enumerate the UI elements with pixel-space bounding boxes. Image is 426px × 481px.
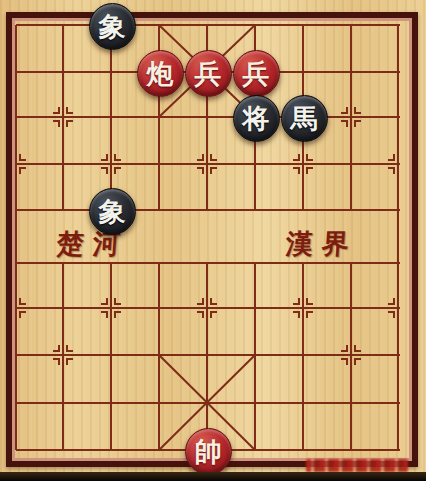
black-elephant[interactable]: 象 [89,188,136,235]
star-point-marker [306,298,313,305]
star-point-marker [114,298,121,305]
star-point-marker [53,358,60,365]
star-point-marker [66,345,73,352]
star-point-marker [101,298,108,305]
watermark [306,459,408,472]
star-point-marker [306,167,313,174]
star-point-marker [19,311,26,318]
star-point-marker [101,167,108,174]
star-point-marker [210,311,217,318]
grid-line-vertical [397,25,399,450]
piece-glyph: 炮 [147,60,174,87]
black-horse[interactable]: 馬 [281,95,328,142]
grid-line-vertical [62,25,64,210]
star-point-marker [19,167,26,174]
grid-line-horizontal [16,163,400,165]
star-point-marker [53,345,60,352]
piece-glyph: 帥 [195,438,222,465]
star-point-marker [341,107,348,114]
grid-line-vertical [15,25,17,450]
star-point-marker [66,107,73,114]
star-point-marker [354,120,361,127]
star-point-marker [66,120,73,127]
grid-line-vertical [62,263,64,450]
xiangqi-app: 象炮兵兵将馬象帥 楚河 漢界 [0,0,426,481]
star-point-marker [101,154,108,161]
star-point-marker [114,167,121,174]
star-point-marker [197,167,204,174]
red-soldier[interactable]: 兵 [185,50,232,97]
grid-line-horizontal [16,209,400,211]
piece-glyph: 兵 [243,60,270,87]
grid-line-vertical [302,263,304,450]
star-point-marker [293,298,300,305]
star-point-marker [114,311,121,318]
star-point-marker [19,298,26,305]
star-point-marker [210,154,217,161]
star-point-marker [306,154,313,161]
star-point-marker [53,120,60,127]
piece-glyph: 将 [243,105,270,132]
star-point-marker [388,298,395,305]
star-point-marker [388,167,395,174]
grid-line-horizontal [16,262,400,264]
star-point-marker [388,154,395,161]
piece-glyph: 兵 [195,60,222,87]
star-point-marker [19,154,26,161]
star-point-marker [293,311,300,318]
star-point-marker [53,107,60,114]
piece-glyph: 象 [99,13,126,40]
star-point-marker [306,311,313,318]
star-point-marker [341,358,348,365]
star-point-marker [354,107,361,114]
grid-line-horizontal [16,24,400,26]
grid-line-vertical [110,25,112,210]
star-point-marker [293,167,300,174]
grid-line-horizontal [16,354,400,356]
star-point-marker [210,167,217,174]
letterbox-strip [0,472,426,481]
grid-line-horizontal [16,116,400,118]
grid-line-vertical [350,25,352,210]
grid-line-vertical [206,263,208,450]
star-point-marker [197,298,204,305]
star-point-marker [354,358,361,365]
star-point-marker [197,311,204,318]
star-point-marker [388,311,395,318]
piece-glyph: 象 [99,198,126,225]
grid-line-vertical [110,263,112,450]
star-point-marker [341,120,348,127]
red-soldier[interactable]: 兵 [233,50,280,97]
star-point-marker [197,154,204,161]
black-general[interactable]: 将 [233,95,280,142]
star-point-marker [293,154,300,161]
red-cannon[interactable]: 炮 [137,50,184,97]
star-point-marker [210,298,217,305]
red-general[interactable]: 帥 [185,428,232,475]
star-point-marker [101,311,108,318]
star-point-marker [354,345,361,352]
black-elephant[interactable]: 象 [89,3,136,50]
star-point-marker [114,154,121,161]
grid-line-vertical [350,263,352,450]
grid-line-horizontal [16,307,400,309]
piece-glyph: 馬 [291,105,318,132]
star-point-marker [66,358,73,365]
river-label-right: 漢界 [285,226,360,262]
star-point-marker [341,345,348,352]
